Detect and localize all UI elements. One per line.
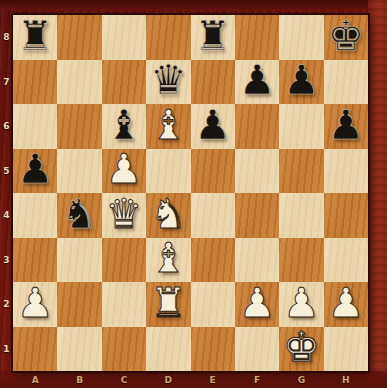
file-label-b: B	[57, 371, 101, 388]
square-g1[interactable]: ♚	[279, 327, 323, 372]
square-b1[interactable]	[57, 327, 101, 372]
square-g2[interactable]: ♟	[279, 282, 323, 327]
rank-label-4: 4	[0, 193, 13, 238]
black-pawn[interactable]: ♟	[327, 105, 364, 146]
white-bishop[interactable]: ♝	[150, 238, 187, 279]
chess-board: ♜♜♚♛♟♟♝♝♟♟♟♟♞♛♞♝♟♜♟♟♟♚	[13, 15, 368, 371]
white-pawn[interactable]: ♟	[327, 283, 364, 324]
black-pawn[interactable]: ♟	[17, 149, 54, 190]
square-c8[interactable]	[102, 15, 146, 60]
square-b3[interactable]	[57, 238, 101, 283]
square-a2[interactable]: ♟	[13, 282, 57, 327]
square-g6[interactable]	[279, 104, 323, 149]
rank-label-6: 6	[0, 104, 13, 149]
rank-label-8: 8	[0, 15, 13, 60]
white-king[interactable]: ♚	[283, 327, 320, 368]
square-b8[interactable]	[57, 15, 101, 60]
square-f5[interactable]	[235, 149, 279, 194]
square-h8[interactable]: ♚	[324, 15, 368, 60]
square-a6[interactable]	[13, 104, 57, 149]
square-h5[interactable]	[324, 149, 368, 194]
square-e3[interactable]	[191, 238, 235, 283]
board-frame-right	[368, 0, 387, 388]
black-pawn[interactable]: ♟	[239, 60, 276, 101]
square-d4[interactable]: ♞	[146, 193, 190, 238]
square-h6[interactable]: ♟	[324, 104, 368, 149]
square-g5[interactable]	[279, 149, 323, 194]
black-rook[interactable]: ♜	[17, 16, 54, 57]
black-bishop[interactable]: ♝	[106, 105, 143, 146]
square-e4[interactable]	[191, 193, 235, 238]
square-f8[interactable]	[235, 15, 279, 60]
square-b6[interactable]	[57, 104, 101, 149]
chess-app: 87654321 ♜♜♚♛♟♟♝♝♟♟♟♟♞♛♞♝♟♜♟♟♟♚ ABCDEFGH	[0, 0, 387, 388]
square-f2[interactable]: ♟	[235, 282, 279, 327]
square-c7[interactable]	[102, 60, 146, 105]
square-f3[interactable]	[235, 238, 279, 283]
square-c4[interactable]: ♛	[102, 193, 146, 238]
square-g8[interactable]	[279, 15, 323, 60]
rank-label-3: 3	[0, 238, 13, 283]
square-g4[interactable]	[279, 193, 323, 238]
square-b2[interactable]	[57, 282, 101, 327]
black-knight[interactable]: ♞	[61, 194, 98, 235]
board-frame-top	[0, 0, 387, 10]
square-e2[interactable]	[191, 282, 235, 327]
white-pawn[interactable]: ♟	[17, 283, 54, 324]
rank-label-5: 5	[0, 149, 13, 194]
file-label-a: A	[13, 371, 57, 388]
square-d8[interactable]	[146, 15, 190, 60]
square-d6[interactable]: ♝	[146, 104, 190, 149]
file-label-h: H	[324, 371, 368, 388]
black-queen[interactable]: ♛	[150, 60, 187, 101]
rank-label-1: 1	[0, 327, 13, 372]
square-b4[interactable]: ♞	[57, 193, 101, 238]
square-e7[interactable]	[191, 60, 235, 105]
square-b5[interactable]	[57, 149, 101, 194]
square-c5[interactable]: ♟	[102, 149, 146, 194]
white-knight[interactable]: ♞	[150, 194, 187, 235]
square-d3[interactable]: ♝	[146, 238, 190, 283]
square-g7[interactable]: ♟	[279, 60, 323, 105]
square-a4[interactable]	[13, 193, 57, 238]
file-label-c: C	[102, 371, 146, 388]
black-pawn[interactable]: ♟	[283, 60, 320, 101]
square-h3[interactable]	[324, 238, 368, 283]
square-b7[interactable]	[57, 60, 101, 105]
square-a8[interactable]: ♜	[13, 15, 57, 60]
file-labels: ABCDEFGH	[13, 371, 368, 388]
square-d2[interactable]: ♜	[146, 282, 190, 327]
square-a7[interactable]	[13, 60, 57, 105]
white-pawn[interactable]: ♟	[239, 283, 276, 324]
square-h1[interactable]	[324, 327, 368, 372]
white-pawn[interactable]: ♟	[283, 283, 320, 324]
white-bishop[interactable]: ♝	[150, 105, 187, 146]
square-d1[interactable]	[146, 327, 190, 372]
square-f4[interactable]	[235, 193, 279, 238]
square-f6[interactable]	[235, 104, 279, 149]
square-e5[interactable]	[191, 149, 235, 194]
black-rook[interactable]: ♜	[194, 16, 231, 57]
white-pawn[interactable]: ♟	[106, 149, 143, 190]
rank-label-7: 7	[0, 60, 13, 105]
square-h7[interactable]	[324, 60, 368, 105]
rank-labels: 87654321	[0, 15, 13, 371]
square-d5[interactable]	[146, 149, 190, 194]
square-f7[interactable]: ♟	[235, 60, 279, 105]
square-c6[interactable]: ♝	[102, 104, 146, 149]
square-g3[interactable]	[279, 238, 323, 283]
square-h2[interactable]: ♟	[324, 282, 368, 327]
square-a5[interactable]: ♟	[13, 149, 57, 194]
file-label-g: G	[279, 371, 323, 388]
square-e8[interactable]: ♜	[191, 15, 235, 60]
square-h4[interactable]	[324, 193, 368, 238]
square-d7[interactable]: ♛	[146, 60, 190, 105]
square-f1[interactable]	[235, 327, 279, 372]
white-queen[interactable]: ♛	[106, 194, 143, 235]
square-e6[interactable]: ♟	[191, 104, 235, 149]
rank-label-2: 2	[0, 282, 13, 327]
file-label-d: D	[146, 371, 190, 388]
square-e1[interactable]	[191, 327, 235, 372]
white-rook[interactable]: ♜	[150, 283, 187, 324]
square-c3[interactable]	[102, 238, 146, 283]
black-pawn[interactable]: ♟	[194, 105, 231, 146]
square-a3[interactable]	[13, 238, 57, 283]
file-label-f: F	[235, 371, 279, 388]
square-c1[interactable]	[102, 327, 146, 372]
square-a1[interactable]	[13, 327, 57, 372]
square-c2[interactable]	[102, 282, 146, 327]
black-king[interactable]: ♚	[327, 16, 364, 57]
file-label-e: E	[191, 371, 235, 388]
